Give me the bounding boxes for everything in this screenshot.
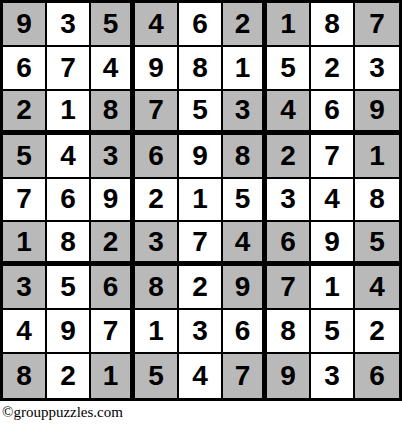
- cell-r2c8: 2: [311, 47, 355, 91]
- cell-r9c7: 9: [267, 354, 311, 398]
- cell-r2c3: 4: [91, 47, 135, 91]
- cell-r2c1: 6: [3, 47, 47, 91]
- cell-r4c8: 7: [311, 135, 355, 179]
- cell-r7c9: 4: [355, 266, 399, 310]
- cell-r9c8: 3: [311, 354, 355, 398]
- cell-r5c2: 6: [47, 179, 91, 223]
- cell-r8c7: 8: [267, 310, 311, 354]
- cell-r2c6: 1: [223, 47, 267, 91]
- sudoku-page: 9354621876749815232187534695436982717692…: [0, 0, 402, 424]
- sudoku-board: 9354621876749815232187534695436982717692…: [0, 0, 402, 401]
- cell-r1c3: 5: [91, 3, 135, 47]
- cell-r7c8: 1: [311, 266, 355, 310]
- cell-r7c3: 6: [91, 266, 135, 310]
- cell-r8c4: 1: [135, 310, 179, 354]
- copyright-text: ©grouppuzzles.com: [2, 404, 123, 421]
- cell-r6c5: 7: [179, 222, 223, 266]
- cell-r8c1: 4: [3, 310, 47, 354]
- cell-r6c3: 2: [91, 222, 135, 266]
- cell-r3c6: 3: [223, 91, 267, 135]
- cell-r8c2: 9: [47, 310, 91, 354]
- cell-r8c6: 6: [223, 310, 267, 354]
- cell-r9c2: 2: [47, 354, 91, 398]
- cell-r3c5: 5: [179, 91, 223, 135]
- cell-r3c2: 1: [47, 91, 91, 135]
- cell-r9c9: 6: [355, 354, 399, 398]
- cell-r4c3: 3: [91, 135, 135, 179]
- cell-r4c6: 8: [223, 135, 267, 179]
- cell-r6c2: 8: [47, 222, 91, 266]
- cell-r3c4: 7: [135, 91, 179, 135]
- cell-r8c9: 2: [355, 310, 399, 354]
- cell-r6c9: 5: [355, 222, 399, 266]
- cell-r6c7: 6: [267, 222, 311, 266]
- cell-r1c5: 6: [179, 3, 223, 47]
- cell-r4c5: 9: [179, 135, 223, 179]
- cell-r3c8: 6: [311, 91, 355, 135]
- cell-r8c8: 5: [311, 310, 355, 354]
- cell-r5c7: 3: [267, 179, 311, 223]
- cell-r2c5: 8: [179, 47, 223, 91]
- cell-r9c4: 5: [135, 354, 179, 398]
- cell-r5c4: 2: [135, 179, 179, 223]
- cell-r2c4: 9: [135, 47, 179, 91]
- cell-r7c2: 5: [47, 266, 91, 310]
- cell-r5c6: 5: [223, 179, 267, 223]
- cell-r7c1: 3: [3, 266, 47, 310]
- cell-r3c7: 4: [267, 91, 311, 135]
- cell-r5c9: 8: [355, 179, 399, 223]
- cell-r7c7: 7: [267, 266, 311, 310]
- cell-r1c2: 3: [47, 3, 91, 47]
- cell-r5c5: 1: [179, 179, 223, 223]
- cell-r1c7: 1: [267, 3, 311, 47]
- cell-r1c6: 2: [223, 3, 267, 47]
- cell-r6c6: 4: [223, 222, 267, 266]
- cell-r1c4: 4: [135, 3, 179, 47]
- cell-r4c9: 1: [355, 135, 399, 179]
- cell-r2c7: 5: [267, 47, 311, 91]
- cell-r3c9: 9: [355, 91, 399, 135]
- cell-r5c8: 4: [311, 179, 355, 223]
- cell-r5c3: 9: [91, 179, 135, 223]
- cell-r4c4: 6: [135, 135, 179, 179]
- cell-r3c3: 8: [91, 91, 135, 135]
- cell-r6c4: 3: [135, 222, 179, 266]
- cell-r6c1: 1: [3, 222, 47, 266]
- cell-r1c1: 9: [3, 3, 47, 47]
- cell-r9c1: 8: [3, 354, 47, 398]
- cell-r1c8: 8: [311, 3, 355, 47]
- cell-r7c4: 8: [135, 266, 179, 310]
- cell-r9c3: 1: [91, 354, 135, 398]
- cell-r1c9: 7: [355, 3, 399, 47]
- cell-r3c1: 2: [3, 91, 47, 135]
- cell-r7c6: 9: [223, 266, 267, 310]
- cell-r2c9: 3: [355, 47, 399, 91]
- cell-r2c2: 7: [47, 47, 91, 91]
- cell-r9c5: 4: [179, 354, 223, 398]
- cell-r4c1: 5: [3, 135, 47, 179]
- cell-r6c8: 9: [311, 222, 355, 266]
- cell-r8c5: 3: [179, 310, 223, 354]
- cell-r7c5: 2: [179, 266, 223, 310]
- cell-r8c3: 7: [91, 310, 135, 354]
- cell-r9c6: 7: [223, 354, 267, 398]
- cell-r4c2: 4: [47, 135, 91, 179]
- cell-r5c1: 7: [3, 179, 47, 223]
- cell-r4c7: 2: [267, 135, 311, 179]
